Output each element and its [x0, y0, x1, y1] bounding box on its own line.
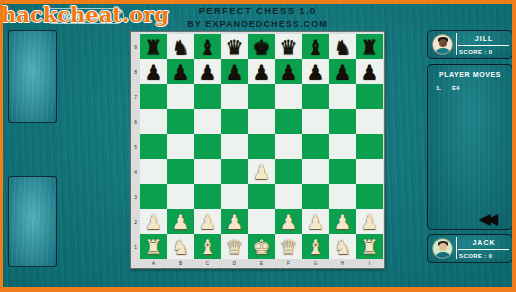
white-rook[interactable]: ♜	[145, 237, 163, 257]
square-f5[interactable]	[275, 134, 302, 159]
black-rook[interactable]: ♜	[145, 37, 163, 57]
square-i7[interactable]	[356, 84, 383, 109]
square-c4[interactable]	[194, 159, 221, 184]
square-f7[interactable]	[275, 84, 302, 109]
square-c6[interactable]	[194, 109, 221, 134]
square-d3[interactable]	[221, 184, 248, 209]
square-i8[interactable]: ♟	[356, 59, 383, 84]
player-score-bottom: SCORE : 0	[459, 253, 493, 259]
square-f2[interactable]: ♟	[275, 209, 302, 234]
player-card-top: JILL SCORE : 0	[427, 30, 513, 59]
card-divider	[456, 237, 457, 259]
square-d8[interactable]: ♟	[221, 59, 248, 84]
captured-pieces-tray-bottom	[8, 176, 57, 267]
player-moves-panel: PLAYER MOVES 1.E4 ◀◀	[427, 64, 513, 230]
app-window: PERFECT CHESS 1.0 BY EXPANDEDCHESS.COM N…	[0, 0, 516, 292]
square-f1[interactable]: ♛	[275, 234, 302, 259]
square-g8[interactable]: ♟	[302, 59, 329, 84]
white-pawn[interactable]: ♟	[280, 212, 298, 232]
rank-label-5: 5	[132, 137, 139, 157]
square-d9[interactable]: ♛	[221, 34, 248, 59]
player-card-bottom: JACK SCORE : 0	[427, 234, 513, 263]
move-number: 1.	[436, 85, 452, 91]
white-knight[interactable]: ♞	[172, 237, 190, 257]
square-b7[interactable]	[167, 84, 194, 109]
square-c1[interactable]: ♝	[194, 234, 221, 259]
square-f8[interactable]: ♟	[275, 59, 302, 84]
white-pawn[interactable]: ♟	[226, 212, 244, 232]
black-pawn[interactable]: ♟	[172, 62, 190, 82]
square-h3[interactable]	[329, 184, 356, 209]
file-label-g: G	[305, 260, 325, 267]
white-pawn[interactable]: ♟	[307, 212, 325, 232]
white-rook[interactable]: ♜	[361, 237, 379, 257]
square-i9[interactable]: ♜	[356, 34, 383, 59]
square-e8[interactable]: ♟	[248, 59, 275, 84]
square-c3[interactable]	[194, 184, 221, 209]
square-g9[interactable]: ♝	[302, 34, 329, 59]
rank-label-3: 3	[132, 187, 139, 207]
square-d2[interactable]: ♟	[221, 209, 248, 234]
square-b9[interactable]: ♞	[167, 34, 194, 59]
file-label-a: A	[143, 260, 163, 267]
file-label-c: C	[197, 260, 217, 267]
square-c9[interactable]: ♝	[194, 34, 221, 59]
square-e2[interactable]	[248, 209, 275, 234]
watermark-text: hackcheat.org	[1, 2, 169, 27]
black-king[interactable]: ♚	[253, 37, 271, 57]
moves-list: 1.E4	[436, 83, 506, 91]
square-h5[interactable]	[329, 134, 356, 159]
square-h9[interactable]: ♞	[329, 34, 356, 59]
square-a9[interactable]: ♜	[140, 34, 167, 59]
square-g5[interactable]	[302, 134, 329, 159]
person-avatar-icon	[432, 238, 453, 259]
board-squares: ♜♞♝♛♚♛♝♞♜♟♟♟♟♟♟♟♟♟♟♟♟♟♟♟♟♟♟♜♞♝♛♚♛♝♞♜	[140, 34, 383, 259]
file-label-b: B	[170, 260, 190, 267]
square-g6[interactable]	[302, 109, 329, 134]
square-b2[interactable]: ♟	[167, 209, 194, 234]
screenshot-border-right	[512, 0, 516, 292]
square-c8[interactable]: ♟	[194, 59, 221, 84]
square-d1[interactable]: ♛	[221, 234, 248, 259]
black-pawn[interactable]: ♟	[361, 62, 379, 82]
white-pawn[interactable]: ♟	[145, 212, 163, 232]
square-h7[interactable]	[329, 84, 356, 109]
square-g1[interactable]: ♝	[302, 234, 329, 259]
square-e9[interactable]: ♚	[248, 34, 275, 59]
black-pawn[interactable]: ♟	[253, 62, 271, 82]
square-h8[interactable]: ♟	[329, 59, 356, 84]
square-a4[interactable]	[140, 159, 167, 184]
square-b6[interactable]	[167, 109, 194, 134]
white-bishop[interactable]: ♝	[199, 237, 217, 257]
file-labels: ABCDEFGHI	[140, 259, 383, 268]
square-h1[interactable]: ♞	[329, 234, 356, 259]
square-b5[interactable]	[167, 134, 194, 159]
rank-labels: 987654321	[131, 34, 140, 259]
white-king[interactable]: ♚	[253, 237, 271, 257]
file-label-d: D	[224, 260, 244, 267]
square-e7[interactable]	[248, 84, 275, 109]
rank-label-7: 7	[132, 87, 139, 107]
square-e1[interactable]: ♚	[248, 234, 275, 259]
name-underline	[458, 45, 509, 46]
black-pawn[interactable]: ♟	[226, 62, 244, 82]
square-i1[interactable]: ♜	[356, 234, 383, 259]
chess-board: 987654321 ♜♞♝♛♚♛♝♞♜♟♟♟♟♟♟♟♟♟♟♟♟♟♟♟♟♟♟♜♞♝…	[130, 31, 385, 269]
square-a3[interactable]	[140, 184, 167, 209]
square-h4[interactable]	[329, 159, 356, 184]
screenshot-border-top	[0, 0, 516, 4]
square-a6[interactable]	[140, 109, 167, 134]
white-queen[interactable]: ♛	[280, 237, 298, 257]
black-bishop[interactable]: ♝	[307, 37, 325, 57]
square-g3[interactable]	[302, 184, 329, 209]
move-notation: E4	[452, 85, 506, 91]
square-a2[interactable]: ♟	[140, 209, 167, 234]
white-pawn[interactable]: ♟	[253, 162, 271, 182]
file-label-e: E	[251, 260, 271, 267]
black-knight[interactable]: ♞	[334, 37, 352, 57]
rank-label-4: 4	[132, 162, 139, 182]
file-label-h: H	[332, 260, 352, 267]
square-a5[interactable]	[140, 134, 167, 159]
move-row: 1.E4	[436, 85, 506, 91]
square-f4[interactable]	[275, 159, 302, 184]
square-d5[interactable]	[221, 134, 248, 159]
square-b4[interactable]	[167, 159, 194, 184]
black-pawn[interactable]: ♟	[280, 62, 298, 82]
square-d6[interactable]	[221, 109, 248, 134]
rank-label-2: 2	[132, 212, 139, 232]
square-e4[interactable]: ♟	[248, 159, 275, 184]
file-label-i: I	[359, 260, 379, 267]
white-bishop[interactable]: ♝	[307, 237, 325, 257]
screenshot-border-left	[0, 0, 3, 292]
square-e3[interactable]	[248, 184, 275, 209]
black-pawn[interactable]: ♟	[199, 62, 217, 82]
player-score-top: SCORE : 0	[459, 49, 493, 55]
black-knight[interactable]: ♞	[172, 37, 190, 57]
square-a7[interactable]	[140, 84, 167, 109]
rank-label-8: 8	[132, 62, 139, 82]
player-name-top: JILL	[458, 35, 510, 42]
square-c5[interactable]	[194, 134, 221, 159]
white-pawn[interactable]: ♟	[172, 212, 190, 232]
black-queen[interactable]: ♛	[280, 37, 298, 57]
rank-label-6: 6	[132, 112, 139, 132]
square-f3[interactable]	[275, 184, 302, 209]
white-pawn[interactable]: ♟	[361, 212, 379, 232]
square-g4[interactable]	[302, 159, 329, 184]
rank-label-1: 1	[132, 237, 139, 257]
square-b3[interactable]	[167, 184, 194, 209]
square-i2[interactable]: ♟	[356, 209, 383, 234]
square-i6[interactable]	[356, 109, 383, 134]
rewind-icon[interactable]: ◀◀	[479, 212, 494, 227]
black-bishop[interactable]: ♝	[199, 37, 217, 57]
black-pawn[interactable]: ♟	[307, 62, 325, 82]
black-pawn[interactable]: ♟	[334, 62, 352, 82]
black-rook[interactable]: ♜	[361, 37, 379, 57]
square-i3[interactable]	[356, 184, 383, 209]
player-name-bottom: JACK	[458, 239, 510, 246]
captured-pieces-tray-top	[8, 30, 57, 123]
square-g2[interactable]: ♟	[302, 209, 329, 234]
square-g7[interactable]	[302, 84, 329, 109]
square-c7[interactable]	[194, 84, 221, 109]
moves-panel-header: PLAYER MOVES	[428, 71, 512, 78]
square-i5[interactable]	[356, 134, 383, 159]
square-a1[interactable]: ♜	[140, 234, 167, 259]
card-divider	[456, 33, 457, 55]
square-a8[interactable]: ♟	[140, 59, 167, 84]
square-f6[interactable]	[275, 109, 302, 134]
square-e5[interactable]	[248, 134, 275, 159]
name-underline	[458, 249, 509, 250]
white-knight[interactable]: ♞	[334, 237, 352, 257]
white-queen[interactable]: ♛	[226, 237, 244, 257]
square-e6[interactable]	[248, 109, 275, 134]
person-avatar-icon	[432, 34, 453, 55]
square-i4[interactable]	[356, 159, 383, 184]
black-pawn[interactable]: ♟	[145, 62, 163, 82]
square-d4[interactable]	[221, 159, 248, 184]
square-h6[interactable]	[329, 109, 356, 134]
black-queen[interactable]: ♛	[226, 37, 244, 57]
rank-label-9: 9	[132, 37, 139, 57]
white-pawn[interactable]: ♟	[199, 212, 217, 232]
screenshot-border-bottom	[0, 287, 516, 292]
square-b1[interactable]: ♞	[167, 234, 194, 259]
white-pawn[interactable]: ♟	[334, 212, 352, 232]
square-f9[interactable]: ♛	[275, 34, 302, 59]
square-c2[interactable]: ♟	[194, 209, 221, 234]
square-b8[interactable]: ♟	[167, 59, 194, 84]
file-label-f: F	[278, 260, 298, 267]
square-h2[interactable]: ♟	[329, 209, 356, 234]
square-d7[interactable]	[221, 84, 248, 109]
